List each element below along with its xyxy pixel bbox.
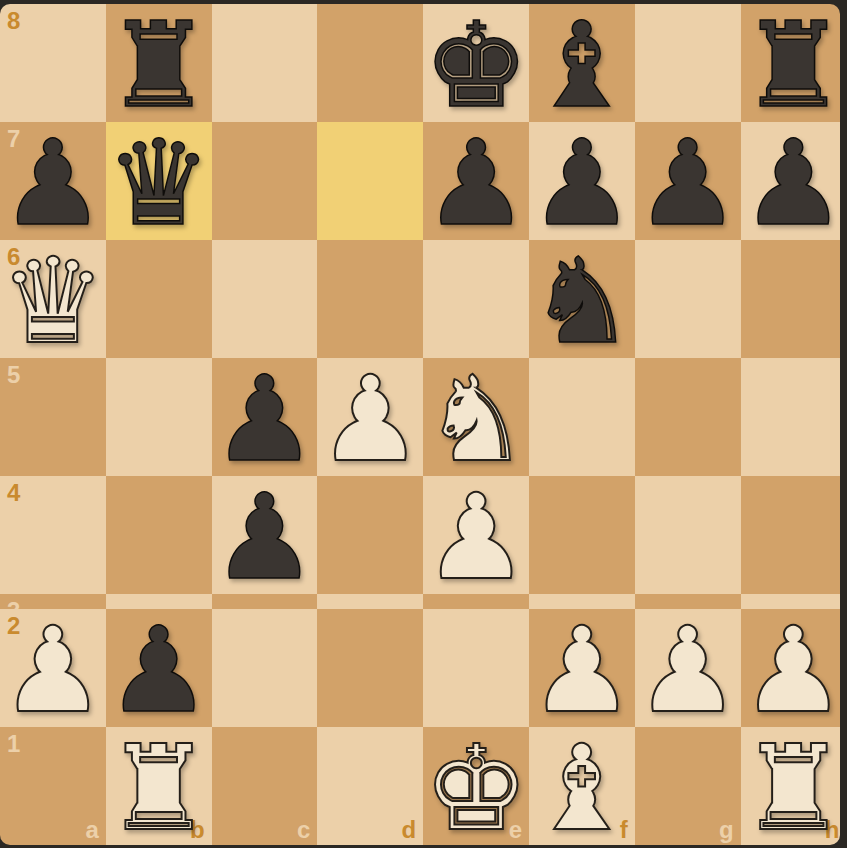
- square-f8[interactable]: ♝: [529, 4, 635, 122]
- square-a6[interactable]: 6♛: [0, 240, 106, 358]
- square-b6[interactable]: [106, 240, 212, 358]
- square-f1[interactable]: f♝: [529, 727, 635, 845]
- piece-black-pawn-f7[interactable]: ♟: [529, 124, 635, 242]
- piece-white-pawn-f2[interactable]: ♟: [529, 611, 635, 729]
- square-d6[interactable]: [317, 240, 423, 358]
- square-e1[interactable]: e♚: [423, 727, 529, 845]
- square-c3[interactable]: [212, 594, 318, 609]
- square-e5[interactable]: ♞: [423, 358, 529, 476]
- piece-white-knight-e5[interactable]: ♞: [423, 360, 529, 478]
- piece-black-rook-h8[interactable]: ♜: [741, 6, 840, 124]
- square-d5[interactable]: ♟: [317, 358, 423, 476]
- square-g6[interactable]: [635, 240, 741, 358]
- piece-white-pawn-e4[interactable]: ♟: [423, 478, 529, 596]
- square-f4[interactable]: [529, 476, 635, 594]
- square-a1[interactable]: 1a: [0, 727, 106, 845]
- piece-white-pawn-a2[interactable]: ♟: [0, 611, 106, 729]
- square-a8[interactable]: 8: [0, 4, 106, 122]
- piece-white-rook-h1[interactable]: ♜: [741, 729, 840, 845]
- piece-black-pawn-a7[interactable]: ♟: [0, 124, 106, 242]
- square-h2[interactable]: ♟: [741, 609, 840, 727]
- square-g1[interactable]: g: [635, 727, 741, 845]
- square-c6[interactable]: [212, 240, 318, 358]
- square-c5[interactable]: ♟: [212, 358, 318, 476]
- piece-black-knight-f6[interactable]: ♞: [529, 242, 635, 360]
- square-b1[interactable]: b♜: [106, 727, 212, 845]
- piece-black-pawn-c5[interactable]: ♟: [212, 360, 318, 478]
- square-e3[interactable]: [423, 594, 529, 609]
- square-a7[interactable]: 7♟: [0, 122, 106, 240]
- square-e4[interactable]: ♟: [423, 476, 529, 594]
- square-d4[interactable]: [317, 476, 423, 594]
- piece-white-pawn-d5[interactable]: ♟: [317, 360, 423, 478]
- piece-white-queen-a6[interactable]: ♛: [0, 242, 106, 360]
- square-h5[interactable]: [741, 358, 840, 476]
- rank-label-1: 1: [7, 732, 20, 756]
- piece-black-pawn-e7[interactable]: ♟: [423, 124, 529, 242]
- square-d3[interactable]: [317, 594, 423, 609]
- square-e6[interactable]: [423, 240, 529, 358]
- square-e2[interactable]: [423, 609, 529, 727]
- square-c4[interactable]: ♟: [212, 476, 318, 594]
- piece-white-pawn-g2[interactable]: ♟: [635, 611, 741, 729]
- file-label-c: c: [297, 818, 310, 842]
- piece-black-bishop-f8[interactable]: ♝: [529, 6, 635, 124]
- square-d7[interactable]: [317, 122, 423, 240]
- square-h1[interactable]: h♜: [741, 727, 840, 845]
- square-f7[interactable]: ♟: [529, 122, 635, 240]
- square-h6[interactable]: [741, 240, 840, 358]
- square-d2[interactable]: [317, 609, 423, 727]
- square-c2[interactable]: [212, 609, 318, 727]
- square-c7[interactable]: [212, 122, 318, 240]
- square-g2[interactable]: ♟: [635, 609, 741, 727]
- square-e8[interactable]: ♚: [423, 4, 529, 122]
- square-f6[interactable]: ♞: [529, 240, 635, 358]
- board-frame: 8♜♚♝♜7♟♛♟♟♟♟6♛♞5♟♟♞4♟♟32♟♟♟♟♟1ab♜cde♚f♝g…: [0, 0, 847, 848]
- piece-black-rook-b8[interactable]: ♜: [106, 6, 212, 124]
- square-b8[interactable]: ♜: [106, 4, 212, 122]
- piece-white-bishop-f1[interactable]: ♝: [529, 729, 635, 845]
- square-f5[interactable]: [529, 358, 635, 476]
- square-b7[interactable]: ♛: [106, 122, 212, 240]
- square-a2[interactable]: 2♟: [0, 609, 106, 727]
- rank-label-4: 4: [7, 481, 20, 505]
- piece-white-rook-b1[interactable]: ♜: [106, 729, 212, 845]
- square-c8[interactable]: [212, 4, 318, 122]
- square-b4[interactable]: [106, 476, 212, 594]
- square-h7[interactable]: ♟: [741, 122, 840, 240]
- square-b5[interactable]: [106, 358, 212, 476]
- square-d1[interactable]: d: [317, 727, 423, 845]
- piece-white-pawn-h2[interactable]: ♟: [741, 611, 840, 729]
- square-c1[interactable]: c: [212, 727, 318, 845]
- piece-black-pawn-c4[interactable]: ♟: [212, 478, 318, 596]
- piece-black-queen-b7[interactable]: ♛: [106, 124, 212, 242]
- square-g8[interactable]: [635, 4, 741, 122]
- square-a4[interactable]: 4: [0, 476, 106, 594]
- square-g5[interactable]: [635, 358, 741, 476]
- square-h8[interactable]: ♜: [741, 4, 840, 122]
- piece-black-king-e8[interactable]: ♚: [423, 6, 529, 124]
- square-b2[interactable]: ♟: [106, 609, 212, 727]
- square-g7[interactable]: ♟: [635, 122, 741, 240]
- file-label-a: a: [85, 818, 98, 842]
- piece-white-king-e1[interactable]: ♚: [423, 729, 529, 845]
- file-label-d: d: [402, 818, 417, 842]
- square-e7[interactable]: ♟: [423, 122, 529, 240]
- square-g4[interactable]: [635, 476, 741, 594]
- chess-board: 8♜♚♝♜7♟♛♟♟♟♟6♛♞5♟♟♞4♟♟32♟♟♟♟♟1ab♜cde♚f♝g…: [0, 4, 840, 845]
- piece-black-pawn-h7[interactable]: ♟: [741, 124, 840, 242]
- square-f2[interactable]: ♟: [529, 609, 635, 727]
- square-a5[interactable]: 5: [0, 358, 106, 476]
- square-d8[interactable]: [317, 4, 423, 122]
- square-h4[interactable]: [741, 476, 840, 594]
- piece-black-pawn-b2[interactable]: ♟: [106, 611, 212, 729]
- piece-black-pawn-g7[interactable]: ♟: [635, 124, 741, 242]
- rank-label-8: 8: [7, 9, 20, 33]
- file-label-g: g: [719, 818, 734, 842]
- rank-label-5: 5: [7, 363, 20, 387]
